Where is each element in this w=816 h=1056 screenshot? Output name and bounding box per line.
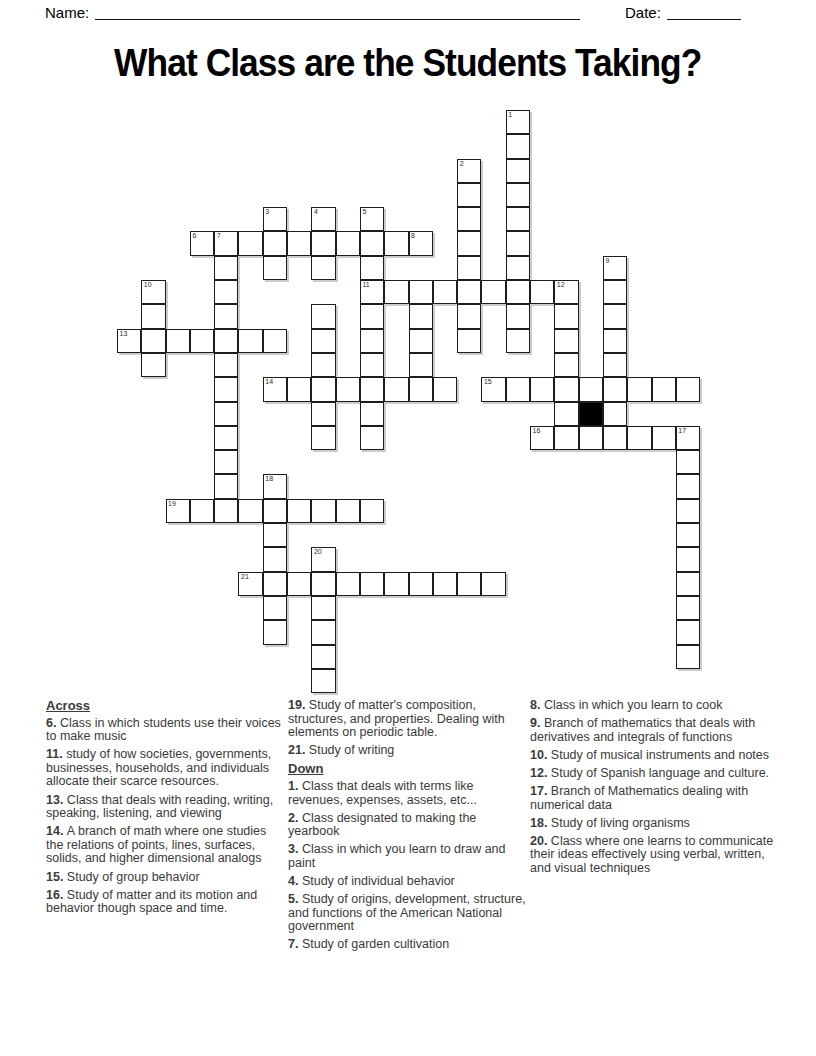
clue-across-13: 13. Class that deals with reading, writi…	[46, 794, 282, 821]
grid-cell-r9c6[interactable]	[263, 329, 287, 353]
empty-cell	[652, 620, 676, 644]
grid-cell-r10c10[interactable]	[360, 353, 384, 377]
grid-cell-r4c16[interactable]	[506, 207, 530, 231]
empty-cell	[481, 207, 505, 231]
grid-cell-r7c18[interactable]: 12	[554, 280, 578, 304]
grid-cell-r2c14[interactable]: 2	[457, 159, 481, 183]
empty-cell	[336, 620, 360, 644]
grid-cell-r19c15[interactable]	[481, 572, 505, 596]
empty-cell	[287, 134, 311, 158]
grid-cell-r9c8[interactable]	[311, 329, 335, 353]
black-cell-r12c19	[579, 402, 603, 426]
clue-number: 10.	[530, 748, 551, 762]
grid-cell-r19c9[interactable]	[336, 572, 360, 596]
cell-number-10: 10	[144, 281, 152, 289]
clue-down-12: 12. Study of Spanish language and cultur…	[530, 767, 782, 781]
clue-down-5: 5. Study of origins, development, struct…	[288, 893, 528, 934]
empty-cell	[506, 353, 530, 377]
grid-cell-r5c3[interactable]: 6	[190, 231, 214, 255]
empty-cell	[384, 523, 408, 547]
date-label: Date:	[625, 5, 661, 20]
empty-cell	[603, 499, 627, 523]
grid-cell-r20c23[interactable]	[676, 596, 700, 620]
empty-cell	[603, 159, 627, 183]
grid-cell-r11c16[interactable]	[506, 377, 530, 401]
empty-cell	[117, 620, 141, 644]
grid-cell-r6c14[interactable]	[457, 256, 481, 280]
empty-cell	[433, 231, 457, 255]
empty-cell	[433, 547, 457, 571]
clue-number: 18.	[530, 816, 551, 830]
grid-cell-r11c11[interactable]	[384, 377, 408, 401]
empty-cell	[579, 110, 603, 134]
grid-cell-r11c4[interactable]	[214, 377, 238, 401]
clue-number: 2.	[288, 811, 302, 825]
clue-down-1: 1. Class that deals with terms like reve…	[288, 780, 528, 807]
empty-cell	[190, 353, 214, 377]
grid-cell-r6c6[interactable]	[263, 256, 287, 280]
empty-cell	[579, 353, 603, 377]
empty-cell	[530, 134, 554, 158]
grid-cell-r19c10[interactable]	[360, 572, 384, 596]
grid-cell-r16c23[interactable]	[676, 499, 700, 523]
grid-cell-r11c17[interactable]	[530, 377, 554, 401]
empty-cell	[287, 645, 311, 669]
empty-cell	[554, 159, 578, 183]
grid-cell-r11c10[interactable]	[360, 377, 384, 401]
grid-cell-r11c15[interactable]: 15	[481, 377, 505, 401]
empty-cell	[190, 159, 214, 183]
grid-cell-r11c8[interactable]	[311, 377, 335, 401]
grid-cell-r18c23[interactable]	[676, 547, 700, 571]
name-label: Name:	[45, 5, 89, 20]
empty-cell	[481, 402, 505, 426]
grid-cell-r11c12[interactable]	[409, 377, 433, 401]
empty-cell	[603, 134, 627, 158]
empty-cell	[481, 304, 505, 328]
grid-cell-r9c18[interactable]	[554, 329, 578, 353]
grid-cell-r19c12[interactable]	[409, 572, 433, 596]
empty-cell	[676, 256, 700, 280]
empty-cell	[676, 183, 700, 207]
empty-cell	[481, 645, 505, 669]
grid-cell-r5c7[interactable]	[287, 231, 311, 255]
grid-cell-r10c1[interactable]	[141, 353, 165, 377]
empty-cell	[481, 329, 505, 353]
grid-cell-r4c8[interactable]: 4	[311, 207, 335, 231]
grid-cell-r11c7[interactable]	[287, 377, 311, 401]
grid-cell-r8c18[interactable]	[554, 304, 578, 328]
empty-cell	[336, 426, 360, 450]
empty-cell	[117, 474, 141, 498]
grid-cell-r9c12[interactable]	[409, 329, 433, 353]
grid-cell-r10c18[interactable]	[554, 353, 578, 377]
grid-cell-r19c5[interactable]: 21	[238, 572, 262, 596]
grid-cell-r10c20[interactable]	[603, 353, 627, 377]
grid-cell-r8c16[interactable]	[506, 304, 530, 328]
grid-cell-r7c11[interactable]	[384, 280, 408, 304]
empty-cell	[627, 547, 651, 571]
grid-cell-r13c21[interactable]	[627, 426, 651, 450]
empty-cell	[214, 547, 238, 571]
empty-cell	[652, 304, 676, 328]
empty-cell	[190, 620, 214, 644]
grid-cell-r9c4[interactable]	[214, 329, 238, 353]
empty-cell	[141, 110, 165, 134]
empty-cell	[652, 110, 676, 134]
grid-cell-r10c12[interactable]	[409, 353, 433, 377]
date-row: Date:	[625, 5, 741, 20]
grid-cell-r9c2[interactable]	[166, 329, 190, 353]
empty-cell	[287, 596, 311, 620]
empty-cell	[166, 620, 190, 644]
clue-number: 8.	[530, 698, 544, 712]
grid-cell-r7c16[interactable]	[506, 280, 530, 304]
grid-cell-r13c19[interactable]	[579, 426, 603, 450]
grid-cell-r19c11[interactable]	[384, 572, 408, 596]
empty-cell	[238, 547, 262, 571]
empty-cell	[409, 256, 433, 280]
grid-cell-r6c10[interactable]	[360, 256, 384, 280]
grid-cell-r11c6[interactable]: 14	[263, 377, 287, 401]
clue-down-7: 7. Study of garden cultivation	[288, 938, 528, 952]
empty-cell	[652, 669, 676, 693]
empty-cell	[311, 183, 335, 207]
empty-cell	[652, 280, 676, 304]
empty-cell	[141, 134, 165, 158]
empty-cell	[117, 304, 141, 328]
grid-cell-r8c10[interactable]	[360, 304, 384, 328]
grid-cell-r15c4[interactable]	[214, 474, 238, 498]
grid-cell-r14c4[interactable]	[214, 450, 238, 474]
empty-cell	[238, 304, 262, 328]
empty-cell	[409, 402, 433, 426]
empty-cell	[141, 474, 165, 498]
grid-cell-r20c8[interactable]	[311, 596, 335, 620]
empty-cell	[214, 183, 238, 207]
cell-number-9: 9	[605, 257, 609, 265]
grid-cell-r8c8[interactable]	[311, 304, 335, 328]
grid-cell-r5c4[interactable]: 7	[214, 231, 238, 255]
grid-cell-r5c11[interactable]	[384, 231, 408, 255]
grid-cell-r16c3[interactable]	[190, 499, 214, 523]
grid-cell-r12c20[interactable]	[603, 402, 627, 426]
empty-cell	[579, 329, 603, 353]
empty-cell	[554, 547, 578, 571]
grid-cell-r13c4[interactable]	[214, 426, 238, 450]
empty-cell	[384, 207, 408, 231]
empty-cell	[409, 134, 433, 158]
empty-cell	[554, 207, 578, 231]
empty-cell	[263, 669, 287, 693]
grid-cell-r11c21[interactable]	[627, 377, 651, 401]
grid-cell-r5c8[interactable]	[311, 231, 335, 255]
grid-cell-r4c14[interactable]	[457, 207, 481, 231]
grid-cell-r5c12[interactable]: 8	[409, 231, 433, 255]
grid-cell-r21c6[interactable]	[263, 620, 287, 644]
grid-cell-r9c16[interactable]	[506, 329, 530, 353]
empty-cell	[263, 183, 287, 207]
grid-cell-r11c9[interactable]	[336, 377, 360, 401]
empty-cell	[287, 110, 311, 134]
grid-cell-r22c23[interactable]	[676, 645, 700, 669]
clue-number: 5.	[288, 892, 302, 906]
grid-cell-r19c6[interactable]	[263, 572, 287, 596]
grid-cell-r0c16[interactable]: 1	[506, 110, 530, 134]
grid-cell-r13c8[interactable]	[311, 426, 335, 450]
empty-cell	[238, 402, 262, 426]
empty-cell	[652, 231, 676, 255]
empty-cell	[409, 499, 433, 523]
grid-cell-r5c9[interactable]	[336, 231, 360, 255]
empty-cell	[530, 596, 554, 620]
grid-cell-r7c17[interactable]	[530, 280, 554, 304]
empty-cell	[481, 134, 505, 158]
grid-cell-r3c14[interactable]	[457, 183, 481, 207]
down-header: Down	[288, 762, 528, 776]
grid-cell-r11c19[interactable]	[579, 377, 603, 401]
empty-cell	[336, 183, 360, 207]
grid-cell-r15c6[interactable]: 18	[263, 474, 287, 498]
clue-number: 9.	[530, 716, 544, 730]
grid-cell-r22c8[interactable]	[311, 645, 335, 669]
grid-cell-r15c23[interactable]	[676, 474, 700, 498]
grid-cell-r6c20[interactable]: 9	[603, 256, 627, 280]
grid-cell-r14c23[interactable]	[676, 450, 700, 474]
empty-cell	[409, 620, 433, 644]
grid-cell-r8c12[interactable]	[409, 304, 433, 328]
empty-cell	[652, 183, 676, 207]
grid-cell-r11c22[interactable]	[652, 377, 676, 401]
empty-cell	[603, 669, 627, 693]
grid-cell-r11c18[interactable]	[554, 377, 578, 401]
empty-cell	[603, 183, 627, 207]
grid-cell-r16c7[interactable]	[287, 499, 311, 523]
empty-cell	[166, 596, 190, 620]
empty-cell	[384, 402, 408, 426]
grid-cell-r10c8[interactable]	[311, 353, 335, 377]
grid-cell-r18c6[interactable]	[263, 547, 287, 571]
grid-cell-r8c14[interactable]	[457, 304, 481, 328]
empty-cell	[652, 256, 676, 280]
empty-cell	[287, 256, 311, 280]
grid-cell-r5c16[interactable]	[506, 231, 530, 255]
grid-cell-r4c6[interactable]: 3	[263, 207, 287, 231]
grid-cell-r13c18[interactable]	[554, 426, 578, 450]
grid-cell-r11c13[interactable]	[433, 377, 457, 401]
grid-cell-r8c20[interactable]	[603, 304, 627, 328]
grid-cell-r7c4[interactable]	[214, 280, 238, 304]
grid-cell-r7c1[interactable]: 10	[141, 280, 165, 304]
date-input-line[interactable]	[667, 5, 741, 20]
empty-cell	[263, 353, 287, 377]
cell-number-8: 8	[411, 232, 415, 240]
empty-cell	[190, 183, 214, 207]
empty-cell	[409, 183, 433, 207]
clue-number: 20.	[530, 834, 551, 848]
grid-cell-r19c8[interactable]	[311, 572, 335, 596]
empty-cell	[141, 256, 165, 280]
empty-cell	[384, 645, 408, 669]
grid-cell-r19c7[interactable]	[287, 572, 311, 596]
grid-cell-r5c5[interactable]	[238, 231, 262, 255]
grid-cell-r18c8[interactable]: 20	[311, 547, 335, 571]
grid-cell-r4c10[interactable]: 5	[360, 207, 384, 231]
grid-cell-r8c4[interactable]	[214, 304, 238, 328]
name-input-line[interactable]	[95, 5, 580, 20]
empty-cell	[457, 353, 481, 377]
empty-cell	[433, 329, 457, 353]
empty-cell	[287, 450, 311, 474]
empty-cell	[117, 159, 141, 183]
empty-cell	[117, 669, 141, 693]
grid-cell-r16c4[interactable]	[214, 499, 238, 523]
empty-cell	[433, 183, 457, 207]
grid-cell-r7c20[interactable]	[603, 280, 627, 304]
empty-cell	[336, 280, 360, 304]
grid-cell-r7c13[interactable]	[433, 280, 457, 304]
grid-cell-r1c16[interactable]	[506, 134, 530, 158]
grid-cell-r10c4[interactable]	[214, 353, 238, 377]
grid-cell-r13c22[interactable]	[652, 426, 676, 450]
grid-cell-r7c12[interactable]	[409, 280, 433, 304]
grid-cell-r23c8[interactable]	[311, 669, 335, 693]
empty-cell	[311, 450, 335, 474]
empty-cell	[238, 474, 262, 498]
grid-cell-r6c8[interactable]	[311, 256, 335, 280]
empty-cell	[141, 596, 165, 620]
empty-cell	[579, 572, 603, 596]
empty-cell	[360, 450, 384, 474]
empty-cell	[554, 134, 578, 158]
grid-cell-r9c5[interactable]	[238, 329, 262, 353]
cell-number-13: 13	[120, 330, 128, 338]
grid-cell-r17c23[interactable]	[676, 523, 700, 547]
grid-cell-r12c18[interactable]	[554, 402, 578, 426]
grid-cell-r7c14[interactable]	[457, 280, 481, 304]
empty-cell	[360, 596, 384, 620]
grid-cell-r19c14[interactable]	[457, 572, 481, 596]
empty-cell	[117, 572, 141, 596]
clue-down-17: 17. Branch of Mathematics dealing with n…	[530, 785, 782, 812]
empty-cell	[457, 426, 481, 450]
empty-cell	[627, 256, 651, 280]
empty-cell	[336, 645, 360, 669]
grid-cell-r17c6[interactable]	[263, 523, 287, 547]
empty-cell	[287, 523, 311, 547]
grid-cell-r13c10[interactable]	[360, 426, 384, 450]
empty-cell	[506, 596, 530, 620]
grid-cell-r11c20[interactable]	[603, 377, 627, 401]
grid-cell-r6c4[interactable]	[214, 256, 238, 280]
grid-cell-r16c2[interactable]: 19	[166, 499, 190, 523]
grid-cell-r21c8[interactable]	[311, 620, 335, 644]
grid-cell-r9c14[interactable]	[457, 329, 481, 353]
empty-cell	[603, 474, 627, 498]
empty-cell	[190, 596, 214, 620]
grid-cell-r21c23[interactable]	[676, 620, 700, 644]
empty-cell	[384, 159, 408, 183]
clue-number: 17.	[530, 784, 551, 798]
grid-cell-r7c15[interactable]	[481, 280, 505, 304]
empty-cell	[627, 110, 651, 134]
empty-cell	[627, 207, 651, 231]
empty-cell	[652, 596, 676, 620]
grid-cell-r12c8[interactable]	[311, 402, 335, 426]
grid-cell-r9c3[interactable]	[190, 329, 214, 353]
grid-cell-r6c16[interactable]	[506, 256, 530, 280]
empty-cell	[117, 450, 141, 474]
empty-cell	[530, 572, 554, 596]
grid-cell-r16c5[interactable]	[238, 499, 262, 523]
empty-cell	[652, 547, 676, 571]
empty-cell	[117, 499, 141, 523]
empty-cell	[409, 450, 433, 474]
grid-cell-r12c4[interactable]	[214, 402, 238, 426]
empty-cell	[554, 450, 578, 474]
grid-cell-r13c20[interactable]	[603, 426, 627, 450]
empty-cell	[409, 474, 433, 498]
empty-cell	[506, 572, 530, 596]
grid-cell-r8c1[interactable]	[141, 304, 165, 328]
empty-cell	[214, 620, 238, 644]
grid-cell-r16c9[interactable]	[336, 499, 360, 523]
grid-cell-r12c10[interactable]	[360, 402, 384, 426]
grid-cell-r16c10[interactable]	[360, 499, 384, 523]
grid-cell-r16c8[interactable]	[311, 499, 335, 523]
grid-cell-r20c6[interactable]	[263, 596, 287, 620]
grid-cell-r5c10[interactable]	[360, 231, 384, 255]
empty-cell	[481, 256, 505, 280]
cell-number-14: 14	[265, 378, 273, 386]
cell-number-5: 5	[362, 208, 366, 216]
empty-cell	[336, 450, 360, 474]
empty-cell	[481, 669, 505, 693]
grid-cell-r5c14[interactable]	[457, 231, 481, 255]
grid-cell-r9c1[interactable]	[141, 329, 165, 353]
empty-cell	[141, 207, 165, 231]
empty-cell	[579, 499, 603, 523]
grid-cell-r19c23[interactable]	[676, 572, 700, 596]
empty-cell	[336, 207, 360, 231]
empty-cell	[457, 450, 481, 474]
clue-number: 12.	[530, 766, 551, 780]
grid-cell-r9c10[interactable]	[360, 329, 384, 353]
grid-cell-r19c13[interactable]	[433, 572, 457, 596]
grid-cell-r13c23[interactable]: 17	[676, 426, 700, 450]
grid-cell-r7c10[interactable]: 11	[360, 280, 384, 304]
empty-cell	[190, 304, 214, 328]
empty-cell	[481, 231, 505, 255]
grid-cell-r16c6[interactable]	[263, 499, 287, 523]
empty-cell	[238, 620, 262, 644]
empty-cell	[287, 620, 311, 644]
empty-cell	[409, 596, 433, 620]
empty-cell	[238, 377, 262, 401]
empty-cell	[238, 596, 262, 620]
grid-cell-r13c17[interactable]: 16	[530, 426, 554, 450]
grid-cell-r9c20[interactable]	[603, 329, 627, 353]
empty-cell	[603, 645, 627, 669]
grid-cell-r5c6[interactable]	[263, 231, 287, 255]
clue-across-19: 19. Study of matter's composition, struc…	[288, 699, 528, 740]
grid-cell-r9c0[interactable]: 13	[117, 329, 141, 353]
grid-cell-r3c16[interactable]	[506, 183, 530, 207]
empty-cell	[481, 547, 505, 571]
grid-cell-r11c23[interactable]	[676, 377, 700, 401]
empty-cell	[579, 304, 603, 328]
grid-cell-r2c16[interactable]	[506, 159, 530, 183]
